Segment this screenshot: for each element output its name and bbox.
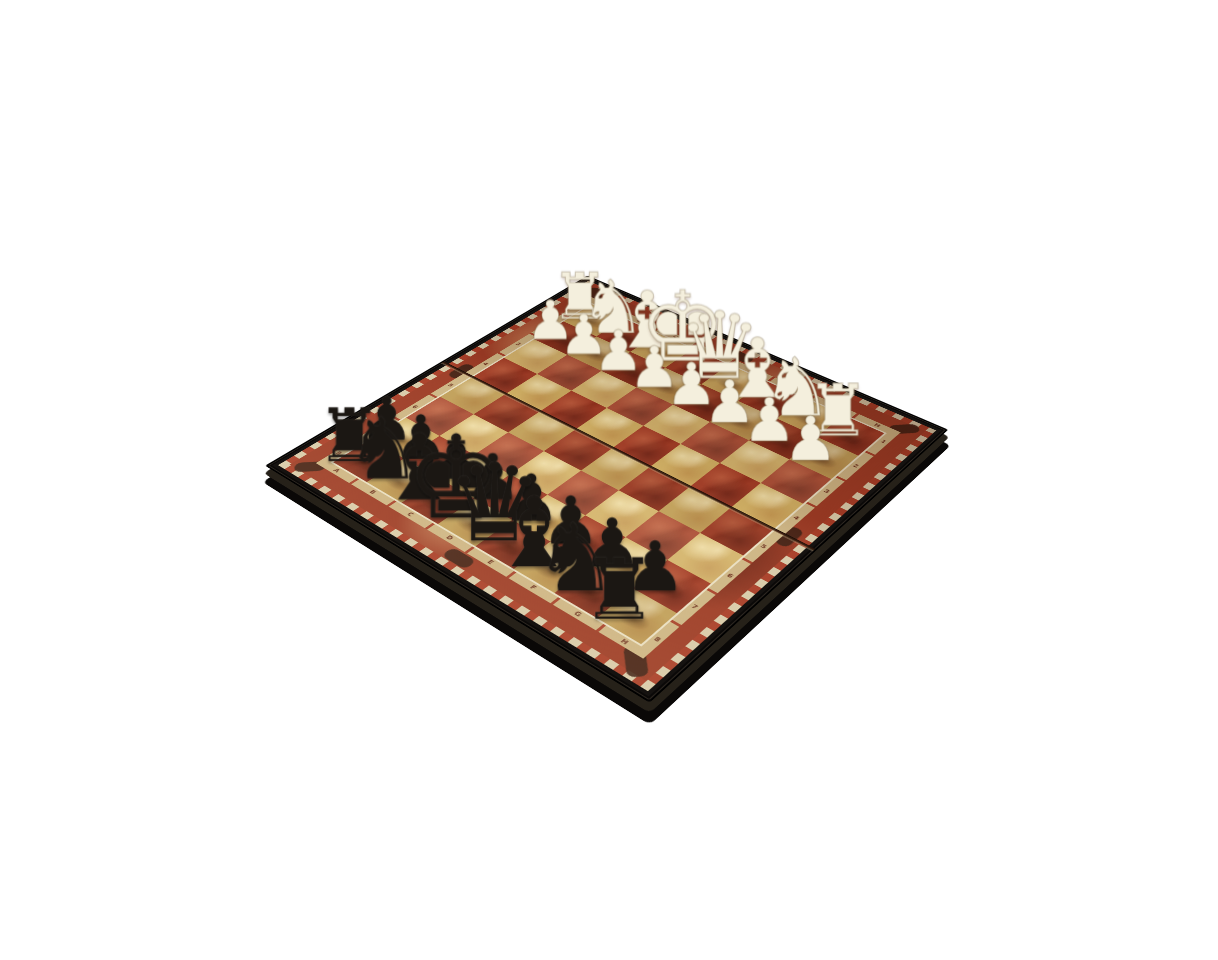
scene: ABCDEFGH ABCDEFGH 12345678 12345678 ♜♞♝♚… — [0, 0, 1218, 960]
white-pawn-glyph: ♟ — [783, 408, 838, 469]
border-ornament — [773, 525, 805, 548]
chess-board: ABCDEFGH ABCDEFGH 12345678 12345678 ♜♞♝♚… — [265, 275, 948, 702]
black-rook-glyph: ♜ — [581, 546, 657, 631]
border-ornament — [623, 645, 649, 678]
